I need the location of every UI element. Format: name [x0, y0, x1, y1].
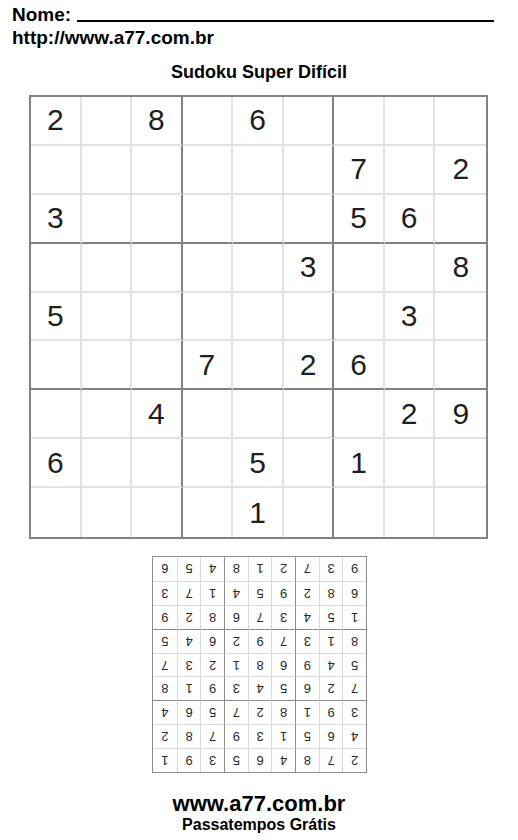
solution-cell-r8c2: 8 — [319, 581, 343, 605]
puzzle-cell-r8c2 — [82, 439, 133, 488]
puzzle-cell-r7c7 — [334, 390, 385, 439]
puzzle-cell-r2c7: 7 — [334, 146, 385, 195]
puzzle-cell-r9c4 — [183, 488, 234, 537]
solution-cell-r4c5: 4 — [248, 676, 272, 700]
puzzle-cell-r1c5: 6 — [233, 97, 284, 146]
puzzle-cell-r2c1 — [31, 146, 82, 195]
footer-tagline: Passatempos Grátis — [0, 816, 518, 834]
solution-cell-r9c8: 5 — [177, 557, 201, 581]
puzzle-cell-r4c1 — [31, 244, 82, 293]
solution-cell-r2c7: 7 — [200, 724, 224, 748]
solution-cell-r5c2: 4 — [319, 653, 343, 677]
solution-cell-r9c2: 3 — [319, 557, 343, 581]
puzzle-cell-r5c3 — [132, 293, 183, 342]
solution-cell-r4c1: 7 — [342, 676, 366, 700]
solution-cell-r3c9: 4 — [153, 700, 177, 724]
puzzle-cell-r7c3: 4 — [132, 390, 183, 439]
page: Nome: http://www.a77.com.br Sudoku Super… — [0, 0, 518, 840]
solution-cell-r5c7: 2 — [200, 653, 224, 677]
solution-cell-r6c4: 7 — [271, 629, 295, 653]
puzzle-cell-r8c7: 1 — [334, 439, 385, 488]
solution-cell-r2c6: 9 — [224, 724, 248, 748]
puzzle-cell-r1c1: 2 — [31, 97, 82, 146]
puzzle-cell-r2c6 — [284, 146, 335, 195]
solution-cell-r3c4: 8 — [271, 700, 295, 724]
puzzle-cell-r5c1: 5 — [31, 293, 82, 342]
solution-cell-r7c2: 5 — [319, 605, 343, 629]
puzzle-cell-r2c4 — [183, 146, 234, 195]
solution-cell-r7c1: 1 — [342, 605, 366, 629]
solution-cell-r9c9: 6 — [153, 557, 177, 581]
name-label: Nome: — [12, 4, 71, 26]
solution-cell-r1c9: 1 — [153, 748, 177, 772]
puzzle-cell-r3c8: 6 — [385, 195, 436, 244]
puzzle-cell-r1c6 — [284, 97, 335, 146]
solution-cell-r1c2: 7 — [319, 748, 343, 772]
solution-cell-r6c3: 3 — [295, 629, 319, 653]
solution-cell-r7c3: 4 — [295, 605, 319, 629]
puzzle-cell-r7c5 — [233, 390, 284, 439]
puzzle-cell-r5c6 — [284, 293, 335, 342]
solution-cell-r4c9: 8 — [153, 676, 177, 700]
puzzle-cell-r6c9 — [435, 341, 486, 390]
solution-cell-r5c5: 8 — [248, 653, 272, 677]
puzzle-cell-r3c1: 3 — [31, 195, 82, 244]
puzzle-cell-r3c7: 5 — [334, 195, 385, 244]
solution-cell-r9c6: 8 — [224, 557, 248, 581]
puzzle-cell-r1c9 — [435, 97, 486, 146]
solution-cell-r8c1: 6 — [342, 581, 366, 605]
solution-cell-r5c6: 1 — [224, 653, 248, 677]
sudoku-puzzle-grid: 2867235638537264296511 — [29, 95, 488, 539]
solution-cell-r8c9: 3 — [153, 581, 177, 605]
solution-cell-r4c2: 2 — [319, 676, 343, 700]
puzzle-cell-r5c2 — [82, 293, 133, 342]
puzzle-cell-r8c8 — [385, 439, 436, 488]
solution-cell-r2c2: 6 — [319, 724, 343, 748]
solution-cell-r1c1: 2 — [342, 748, 366, 772]
solution-cell-r4c7: 9 — [200, 676, 224, 700]
solution-cell-r8c8: 7 — [177, 581, 201, 605]
solution-cell-r6c2: 1 — [319, 629, 343, 653]
solution-cell-r6c1: 8 — [342, 629, 366, 653]
solution-cell-r1c8: 9 — [177, 748, 201, 772]
puzzle-cell-r1c8 — [385, 97, 436, 146]
solution-cell-r9c7: 4 — [200, 557, 224, 581]
solution-cell-r3c1: 3 — [342, 700, 366, 724]
puzzle-cell-r4c6: 3 — [284, 244, 335, 293]
puzzle-cell-r5c9 — [435, 293, 486, 342]
solution-cell-r2c1: 4 — [342, 724, 366, 748]
puzzle-cell-r9c6 — [284, 488, 335, 537]
puzzle-cell-r9c5: 1 — [233, 488, 284, 537]
solution-cell-r6c9: 5 — [153, 629, 177, 653]
puzzle-cell-r4c9: 8 — [435, 244, 486, 293]
solution-cell-r7c7: 8 — [200, 605, 224, 629]
solution-cell-r7c6: 6 — [224, 605, 248, 629]
solution-cell-r9c3: 7 — [295, 557, 319, 581]
puzzle-cell-r7c8: 2 — [385, 390, 436, 439]
solution-cell-r4c8: 1 — [177, 676, 201, 700]
solution-cell-r8c7: 1 — [200, 581, 224, 605]
footer-site-url: www.a77.com.br — [0, 791, 518, 817]
puzzle-cell-r6c2 — [82, 341, 133, 390]
puzzle-cell-r1c3: 8 — [132, 97, 183, 146]
solution-cell-r6c7: 6 — [200, 629, 224, 653]
puzzle-cell-r3c2 — [82, 195, 133, 244]
puzzle-cell-r1c2 — [82, 97, 133, 146]
puzzle-cell-r9c2 — [82, 488, 133, 537]
puzzle-cell-r6c3 — [132, 341, 183, 390]
puzzle-cell-r5c7 — [334, 293, 385, 342]
sudoku-solution-grid-upside-down: 2784653914651397823918275647265439185496… — [152, 556, 367, 773]
solution-cell-r1c7: 3 — [200, 748, 224, 772]
solution-cell-r2c9: 2 — [153, 724, 177, 748]
solution-cell-r2c4: 1 — [271, 724, 295, 748]
puzzle-cell-r6c8 — [385, 341, 436, 390]
solution-cell-r8c3: 2 — [295, 581, 319, 605]
puzzle-cell-r3c3 — [132, 195, 183, 244]
puzzle-cell-r2c2 — [82, 146, 133, 195]
puzzle-cell-r7c1 — [31, 390, 82, 439]
solution-cell-r9c1: 9 — [342, 557, 366, 581]
solution-cell-r9c4: 2 — [271, 557, 295, 581]
puzzle-cell-r2c9: 2 — [435, 146, 486, 195]
solution-cell-r3c8: 6 — [177, 700, 201, 724]
solution-cell-r5c8: 3 — [177, 653, 201, 677]
solution-cell-r7c5: 7 — [248, 605, 272, 629]
puzzle-cell-r5c5 — [233, 293, 284, 342]
puzzle-cell-r7c6 — [284, 390, 335, 439]
solution-cell-r1c6: 5 — [224, 748, 248, 772]
puzzle-cell-r2c3 — [132, 146, 183, 195]
puzzle-cell-r9c8 — [385, 488, 436, 537]
puzzle-cell-r6c5 — [233, 341, 284, 390]
solution-cell-r3c5: 2 — [248, 700, 272, 724]
solution-cell-r1c3: 8 — [295, 748, 319, 772]
solution-cell-r9c5: 1 — [248, 557, 272, 581]
solution-cell-r5c3: 9 — [295, 653, 319, 677]
puzzle-cell-r1c7 — [334, 97, 385, 146]
puzzle-cell-r9c7 — [334, 488, 385, 537]
puzzle-cell-r4c2 — [82, 244, 133, 293]
solution-cell-r2c3: 5 — [295, 724, 319, 748]
puzzle-cell-r3c6 — [284, 195, 335, 244]
puzzle-cell-r9c1 — [31, 488, 82, 537]
puzzle-cell-r7c9: 9 — [435, 390, 486, 439]
puzzle-cell-r8c6 — [284, 439, 335, 488]
puzzle-cell-r4c4 — [183, 244, 234, 293]
solution-cell-r4c4: 5 — [271, 676, 295, 700]
solution-cell-r8c5: 5 — [248, 581, 272, 605]
solution-cell-r1c5: 6 — [248, 748, 272, 772]
solution-cell-r2c8: 8 — [177, 724, 201, 748]
puzzle-cell-r4c7 — [334, 244, 385, 293]
puzzle-cell-r4c8 — [385, 244, 436, 293]
solution-cell-r6c6: 2 — [224, 629, 248, 653]
solution-cell-r2c5: 3 — [248, 724, 272, 748]
puzzle-cell-r3c5 — [233, 195, 284, 244]
puzzle-cell-r1c4 — [183, 97, 234, 146]
puzzle-cell-r3c4 — [183, 195, 234, 244]
solution-cell-r3c3: 1 — [295, 700, 319, 724]
solution-cell-r6c5: 9 — [248, 629, 272, 653]
name-fill-line — [77, 2, 494, 22]
solution-cell-r7c9: 9 — [153, 605, 177, 629]
puzzle-cell-r8c4 — [183, 439, 234, 488]
puzzle-cell-r6c7: 6 — [334, 341, 385, 390]
solution-cell-r6c8: 4 — [177, 629, 201, 653]
puzzle-cell-r2c8 — [385, 146, 436, 195]
puzzle-cell-r9c3 — [132, 488, 183, 537]
solution-cell-r4c3: 6 — [295, 676, 319, 700]
puzzle-cell-r3c9 — [435, 195, 486, 244]
puzzle-cell-r2c5 — [233, 146, 284, 195]
puzzle-cell-r8c9 — [435, 439, 486, 488]
solution-cell-r3c2: 9 — [319, 700, 343, 724]
puzzle-cell-r8c3 — [132, 439, 183, 488]
puzzle-cell-r6c1 — [31, 341, 82, 390]
puzzle-cell-r7c2 — [82, 390, 133, 439]
puzzle-cell-r6c4: 7 — [183, 341, 234, 390]
puzzle-cell-r4c3 — [132, 244, 183, 293]
solution-cell-r5c1: 5 — [342, 653, 366, 677]
solution-cell-r7c4: 3 — [271, 605, 295, 629]
puzzle-cell-r8c5: 5 — [233, 439, 284, 488]
puzzle-cell-r5c4 — [183, 293, 234, 342]
puzzle-cell-r8c1: 6 — [31, 439, 82, 488]
puzzle-cell-r6c6: 2 — [284, 341, 335, 390]
solution-cell-r4c6: 3 — [224, 676, 248, 700]
puzzle-cell-r7c4 — [183, 390, 234, 439]
solution-cell-r1c4: 4 — [271, 748, 295, 772]
solution-cell-r8c4: 9 — [271, 581, 295, 605]
solution-cell-r3c6: 7 — [224, 700, 248, 724]
solution-cell-r7c8: 2 — [177, 605, 201, 629]
solution-cell-r5c9: 7 — [153, 653, 177, 677]
solution-cell-r8c6: 4 — [224, 581, 248, 605]
puzzle-cell-r5c8: 3 — [385, 293, 436, 342]
solution-cell-r5c4: 6 — [271, 653, 295, 677]
puzzle-cell-r4c5 — [233, 244, 284, 293]
solution-cell-r3c7: 5 — [200, 700, 224, 724]
puzzle-cell-r9c9 — [435, 488, 486, 537]
page-title: Sudoku Super Difícil — [0, 62, 518, 83]
site-url-text: http://www.a77.com.br — [12, 27, 214, 49]
